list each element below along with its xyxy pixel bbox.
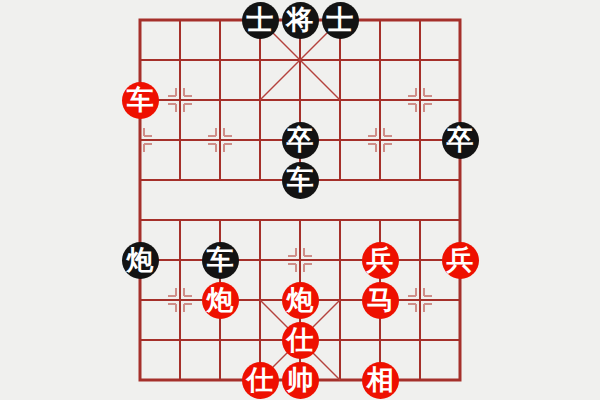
board-point: 士 [240, 0, 280, 40]
board-point: 将 [280, 0, 320, 40]
black-king[interactable]: 将 [282, 2, 319, 39]
board-point: 车 [280, 160, 320, 200]
board-point: 炮 [200, 280, 240, 320]
board-point: 帅 [280, 360, 320, 400]
black-cannon[interactable]: 炮 [122, 242, 159, 279]
pieces-layer: 士将士车卒卒车炮车兵兵炮炮马仕仕帅相 [120, 0, 480, 400]
board-point: 炮 [280, 280, 320, 320]
board-point: 炮 [120, 240, 160, 280]
red-soldier[interactable]: 兵 [362, 242, 399, 279]
xiangqi-diagram: 士将士车卒卒车炮车兵兵炮炮马仕仕帅相 [0, 0, 600, 400]
board-point: 仕 [240, 360, 280, 400]
board-point: 兵 [360, 240, 400, 280]
black-soldier[interactable]: 卒 [442, 122, 479, 159]
board-point: 卒 [440, 120, 480, 160]
black-chariot[interactable]: 车 [202, 242, 239, 279]
board-point: 仕 [280, 320, 320, 360]
red-chariot[interactable]: 车 [122, 82, 159, 119]
board-point: 士 [320, 0, 360, 40]
red-horse[interactable]: 马 [362, 282, 399, 319]
red-advisor[interactable]: 仕 [242, 362, 279, 399]
board-point: 车 [200, 240, 240, 280]
red-advisor[interactable]: 仕 [282, 322, 319, 359]
black-advisor[interactable]: 士 [322, 2, 359, 39]
board-point: 卒 [280, 120, 320, 160]
red-king[interactable]: 帅 [282, 362, 319, 399]
red-elephant[interactable]: 相 [362, 362, 399, 399]
black-advisor[interactable]: 士 [242, 2, 279, 39]
black-soldier[interactable]: 卒 [282, 122, 319, 159]
board-point: 马 [360, 280, 400, 320]
board-point: 相 [360, 360, 400, 400]
red-cannon[interactable]: 炮 [202, 282, 239, 319]
red-cannon[interactable]: 炮 [282, 282, 319, 319]
red-soldier[interactable]: 兵 [442, 242, 479, 279]
board-point: 车 [120, 80, 160, 120]
black-chariot[interactable]: 车 [282, 162, 319, 199]
board-point: 兵 [440, 240, 480, 280]
